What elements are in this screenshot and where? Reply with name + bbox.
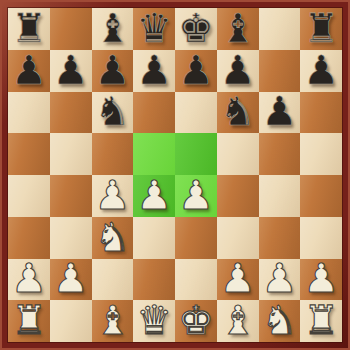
piece-white-pawn[interactable]: ♟ (94, 175, 130, 215)
square-e2[interactable] (175, 259, 217, 301)
square-h7[interactable]: ♟ (300, 50, 342, 92)
piece-black-pawn[interactable]: ♟ (53, 50, 89, 90)
piece-white-bishop[interactable]: ♝ (220, 300, 256, 340)
square-e8[interactable]: ♚ (175, 8, 217, 50)
square-h8[interactable]: ♜ (300, 8, 342, 50)
piece-black-rook[interactable]: ♜ (303, 8, 339, 48)
square-e1[interactable]: ♚ (175, 300, 217, 342)
piece-white-king[interactable]: ♚ (178, 300, 214, 340)
square-a5[interactable] (8, 133, 50, 175)
piece-black-bishop[interactable]: ♝ (94, 8, 130, 48)
square-c2[interactable] (92, 259, 134, 301)
square-h4[interactable] (300, 175, 342, 217)
piece-white-rook[interactable]: ♜ (303, 300, 339, 340)
square-g7[interactable] (259, 50, 301, 92)
piece-white-pawn[interactable]: ♟ (220, 259, 256, 299)
square-f7[interactable]: ♟ (217, 50, 259, 92)
square-g6[interactable]: ♟ (259, 92, 301, 134)
square-b2[interactable]: ♟ (50, 259, 92, 301)
square-c8[interactable]: ♝ (92, 8, 134, 50)
square-d5[interactable] (133, 133, 175, 175)
piece-black-pawn[interactable]: ♟ (94, 50, 130, 90)
square-a4[interactable] (8, 175, 50, 217)
square-d1[interactable]: ♛ (133, 300, 175, 342)
square-f3[interactable] (217, 217, 259, 259)
square-g1[interactable]: ♞ (259, 300, 301, 342)
piece-white-pawn[interactable]: ♟ (178, 175, 214, 215)
piece-black-bishop[interactable]: ♝ (220, 8, 256, 48)
piece-white-queen[interactable]: ♛ (136, 300, 172, 340)
square-b7[interactable]: ♟ (50, 50, 92, 92)
piece-black-queen[interactable]: ♛ (136, 8, 172, 48)
board-frame: ♜♝♛♚♝♜♟♟♟♟♟♟♟♞♞♟♟♟♟♞♟♟♟♟♟♜♝♛♚♝♞♜ (0, 0, 350, 350)
square-b6[interactable] (50, 92, 92, 134)
square-e6[interactable] (175, 92, 217, 134)
square-c4[interactable]: ♟ (92, 175, 134, 217)
square-c5[interactable] (92, 133, 134, 175)
square-b8[interactable] (50, 8, 92, 50)
piece-white-pawn[interactable]: ♟ (261, 259, 297, 299)
piece-black-pawn[interactable]: ♟ (220, 50, 256, 90)
square-e4[interactable]: ♟ (175, 175, 217, 217)
piece-white-knight[interactable]: ♞ (94, 217, 130, 257)
square-a6[interactable] (8, 92, 50, 134)
square-d2[interactable] (133, 259, 175, 301)
piece-black-knight[interactable]: ♞ (220, 92, 256, 132)
piece-black-pawn[interactable]: ♟ (178, 50, 214, 90)
square-a2[interactable]: ♟ (8, 259, 50, 301)
square-a8[interactable]: ♜ (8, 8, 50, 50)
square-b4[interactable] (50, 175, 92, 217)
piece-black-pawn[interactable]: ♟ (11, 50, 47, 90)
piece-white-bishop[interactable]: ♝ (94, 300, 130, 340)
square-f8[interactable]: ♝ (217, 8, 259, 50)
square-f5[interactable] (217, 133, 259, 175)
piece-white-pawn[interactable]: ♟ (53, 259, 89, 299)
square-h6[interactable] (300, 92, 342, 134)
square-c3[interactable]: ♞ (92, 217, 134, 259)
square-e5[interactable] (175, 133, 217, 175)
square-b5[interactable] (50, 133, 92, 175)
square-g2[interactable]: ♟ (259, 259, 301, 301)
square-g8[interactable] (259, 8, 301, 50)
square-a3[interactable] (8, 217, 50, 259)
square-b3[interactable] (50, 217, 92, 259)
square-c6[interactable]: ♞ (92, 92, 134, 134)
square-h3[interactable] (300, 217, 342, 259)
square-d6[interactable] (133, 92, 175, 134)
square-c1[interactable]: ♝ (92, 300, 134, 342)
square-f4[interactable] (217, 175, 259, 217)
square-f6[interactable]: ♞ (217, 92, 259, 134)
piece-black-rook[interactable]: ♜ (11, 8, 47, 48)
square-a7[interactable]: ♟ (8, 50, 50, 92)
square-d3[interactable] (133, 217, 175, 259)
square-h2[interactable]: ♟ (300, 259, 342, 301)
square-e3[interactable] (175, 217, 217, 259)
square-d8[interactable]: ♛ (133, 8, 175, 50)
square-h1[interactable]: ♜ (300, 300, 342, 342)
square-e7[interactable]: ♟ (175, 50, 217, 92)
square-g5[interactable] (259, 133, 301, 175)
piece-white-knight[interactable]: ♞ (261, 300, 297, 340)
square-h5[interactable] (300, 133, 342, 175)
square-d4[interactable]: ♟ (133, 175, 175, 217)
piece-black-king[interactable]: ♚ (178, 8, 214, 48)
square-c7[interactable]: ♟ (92, 50, 134, 92)
piece-white-rook[interactable]: ♜ (11, 300, 47, 340)
piece-white-pawn[interactable]: ♟ (303, 259, 339, 299)
piece-black-pawn[interactable]: ♟ (261, 92, 297, 132)
square-f2[interactable]: ♟ (217, 259, 259, 301)
square-g4[interactable] (259, 175, 301, 217)
piece-white-pawn[interactable]: ♟ (11, 259, 47, 299)
piece-black-pawn[interactable]: ♟ (136, 50, 172, 90)
piece-white-pawn[interactable]: ♟ (136, 175, 172, 215)
piece-black-pawn[interactable]: ♟ (303, 50, 339, 90)
chess-board: ♜♝♛♚♝♜♟♟♟♟♟♟♟♞♞♟♟♟♟♞♟♟♟♟♟♜♝♛♚♝♞♜ (8, 8, 342, 342)
square-a1[interactable]: ♜ (8, 300, 50, 342)
square-b1[interactable] (50, 300, 92, 342)
square-g3[interactable] (259, 217, 301, 259)
piece-black-knight[interactable]: ♞ (94, 92, 130, 132)
square-d7[interactable]: ♟ (133, 50, 175, 92)
square-f1[interactable]: ♝ (217, 300, 259, 342)
